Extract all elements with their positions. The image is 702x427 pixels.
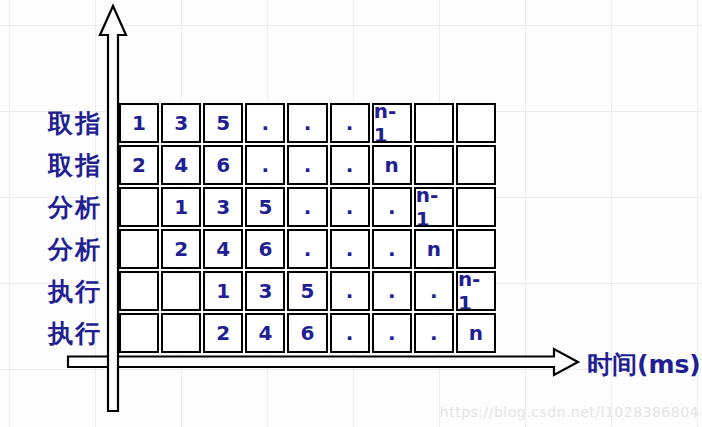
- grid-cell: .: [372, 313, 412, 353]
- row-label: 执行: [0, 271, 103, 311]
- watermark: https://blog.csdn.net/l1028386804: [440, 404, 699, 420]
- grid-cell: [456, 103, 496, 143]
- grid-cell: 5: [287, 271, 327, 311]
- grid-cell: [161, 313, 201, 353]
- grid-cell: 3: [245, 271, 285, 311]
- grid-cell: n: [414, 229, 454, 269]
- grid-cell: [456, 145, 496, 185]
- row-label: 取指: [0, 145, 103, 185]
- grid-cell: .: [330, 103, 370, 143]
- grid-cell: [119, 271, 159, 311]
- row-label: 执行: [0, 313, 103, 353]
- grid-cell: 2: [119, 145, 159, 185]
- grid-cell: .: [287, 103, 327, 143]
- grid-cell: n-1: [372, 103, 412, 143]
- row-label: 分析: [0, 229, 103, 269]
- grid-cell: .: [414, 313, 454, 353]
- grid-cell: [119, 187, 159, 227]
- grid-cell: .: [372, 187, 412, 227]
- grid-cell: 4: [245, 313, 285, 353]
- grid-cell: 1: [203, 271, 243, 311]
- row-labels: 取指取指分析分析执行执行: [0, 103, 103, 353]
- grid-cell: .: [330, 271, 370, 311]
- grid-cell: 5: [203, 103, 243, 143]
- grid-cell: 6: [245, 229, 285, 269]
- grid-cell: 3: [203, 187, 243, 227]
- grid-cell: [456, 187, 496, 227]
- grid-cell: .: [245, 145, 285, 185]
- grid-cell: 4: [161, 145, 201, 185]
- grid-cell: 4: [203, 229, 243, 269]
- pipeline-grid: 135...n-1246...n135...n-1246...n135...n-…: [119, 103, 496, 353]
- grid-cell: .: [287, 145, 327, 185]
- grid-cell: [119, 313, 159, 353]
- grid-cell: .: [287, 229, 327, 269]
- grid-cell: .: [372, 271, 412, 311]
- grid-cell: .: [330, 229, 370, 269]
- row-label: 取指: [0, 103, 103, 143]
- grid-cell: 2: [203, 313, 243, 353]
- grid-cell: n: [456, 313, 496, 353]
- grid-cell: [414, 145, 454, 185]
- x-axis-label: 时间(ms): [587, 348, 701, 381]
- grid-cell: [456, 229, 496, 269]
- grid-cell: [161, 271, 201, 311]
- grid-cell: n: [372, 145, 412, 185]
- grid-cell: .: [372, 229, 412, 269]
- grid-cell: .: [330, 187, 370, 227]
- grid-cell: .: [287, 187, 327, 227]
- grid-cell: n-1: [414, 187, 454, 227]
- grid-cell: .: [414, 271, 454, 311]
- grid-cell: 1: [161, 187, 201, 227]
- grid-cell: n-1: [456, 271, 496, 311]
- grid-cell: 2: [161, 229, 201, 269]
- grid-cell: [414, 103, 454, 143]
- grid-cell: 5: [245, 187, 285, 227]
- row-label: 分析: [0, 187, 103, 227]
- grid-cell: 1: [119, 103, 159, 143]
- grid-cell: .: [330, 313, 370, 353]
- grid-cell: 3: [161, 103, 201, 143]
- pipeline-diagram: 取指取指分析分析执行执行 135...n-1246...n135...n-124…: [0, 0, 702, 427]
- grid-cell: 6: [203, 145, 243, 185]
- grid-cell: 6: [287, 313, 327, 353]
- grid-cell: [119, 229, 159, 269]
- grid-cell: .: [245, 103, 285, 143]
- grid-cell: .: [330, 145, 370, 185]
